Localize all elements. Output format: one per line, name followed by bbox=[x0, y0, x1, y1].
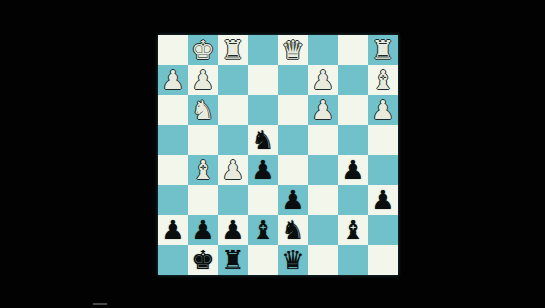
square-g4 bbox=[188, 125, 218, 155]
square-e1 bbox=[248, 35, 278, 65]
square-d5 bbox=[278, 155, 308, 185]
square-d6: ♟ bbox=[278, 185, 308, 215]
white-bishop: ♝ bbox=[371, 65, 394, 95]
square-c3: ♟ bbox=[308, 95, 338, 125]
black-pawn: ♟ bbox=[341, 155, 364, 185]
black-rook: ♜ bbox=[221, 245, 244, 275]
chess-board: ♚♜♛♜♟♟♟♝♞♟♟♞♝♟♟♟♟♟♟♟♟♝♞♝♚♜♛ bbox=[158, 35, 398, 275]
square-b7: ♝ bbox=[338, 215, 368, 245]
square-a8 bbox=[368, 245, 398, 275]
square-e7: ♝ bbox=[248, 215, 278, 245]
square-d3 bbox=[278, 95, 308, 125]
video-artifact-dash bbox=[93, 303, 107, 305]
square-g5: ♝ bbox=[188, 155, 218, 185]
square-h6 bbox=[158, 185, 188, 215]
square-b3 bbox=[338, 95, 368, 125]
black-queen: ♛ bbox=[281, 245, 304, 275]
white-bishop: ♝ bbox=[191, 155, 214, 185]
white-pawn: ♟ bbox=[161, 65, 184, 95]
square-g1: ♚ bbox=[188, 35, 218, 65]
square-b6 bbox=[338, 185, 368, 215]
square-h1 bbox=[158, 35, 188, 65]
square-b1 bbox=[338, 35, 368, 65]
square-f7: ♟ bbox=[218, 215, 248, 245]
black-bishop: ♝ bbox=[341, 215, 364, 245]
square-f1: ♜ bbox=[218, 35, 248, 65]
white-pawn: ♟ bbox=[371, 95, 394, 125]
square-e6 bbox=[248, 185, 278, 215]
square-h2: ♟ bbox=[158, 65, 188, 95]
square-e5: ♟ bbox=[248, 155, 278, 185]
square-a1: ♜ bbox=[368, 35, 398, 65]
square-f3 bbox=[218, 95, 248, 125]
square-h5 bbox=[158, 155, 188, 185]
square-c2: ♟ bbox=[308, 65, 338, 95]
square-a6: ♟ bbox=[368, 185, 398, 215]
square-a4 bbox=[368, 125, 398, 155]
square-b2 bbox=[338, 65, 368, 95]
square-f2 bbox=[218, 65, 248, 95]
white-pawn: ♟ bbox=[311, 65, 334, 95]
square-c5 bbox=[308, 155, 338, 185]
square-h7: ♟ bbox=[158, 215, 188, 245]
square-b8 bbox=[338, 245, 368, 275]
square-h8 bbox=[158, 245, 188, 275]
square-f8: ♜ bbox=[218, 245, 248, 275]
square-d2 bbox=[278, 65, 308, 95]
white-king: ♚ bbox=[191, 35, 214, 65]
black-knight: ♞ bbox=[251, 125, 274, 155]
square-c8 bbox=[308, 245, 338, 275]
black-pawn: ♟ bbox=[281, 185, 304, 215]
square-a7 bbox=[368, 215, 398, 245]
square-d4 bbox=[278, 125, 308, 155]
square-a2: ♝ bbox=[368, 65, 398, 95]
white-pawn: ♟ bbox=[311, 95, 334, 125]
square-b4 bbox=[338, 125, 368, 155]
square-g3: ♞ bbox=[188, 95, 218, 125]
black-pawn: ♟ bbox=[371, 185, 394, 215]
square-f5: ♟ bbox=[218, 155, 248, 185]
square-e8 bbox=[248, 245, 278, 275]
white-pawn: ♟ bbox=[191, 65, 214, 95]
white-rook: ♜ bbox=[371, 35, 394, 65]
square-g6 bbox=[188, 185, 218, 215]
black-pawn: ♟ bbox=[251, 155, 274, 185]
square-b5: ♟ bbox=[338, 155, 368, 185]
black-knight: ♞ bbox=[281, 215, 304, 245]
square-g7: ♟ bbox=[188, 215, 218, 245]
black-king: ♚ bbox=[191, 245, 214, 275]
square-d8: ♛ bbox=[278, 245, 308, 275]
white-rook: ♜ bbox=[221, 35, 244, 65]
black-pawn: ♟ bbox=[161, 215, 184, 245]
white-knight: ♞ bbox=[191, 95, 214, 125]
video-frame: ♚♜♛♜♟♟♟♝♞♟♟♞♝♟♟♟♟♟♟♟♟♝♞♝♚♜♛ bbox=[0, 0, 545, 308]
square-d7: ♞ bbox=[278, 215, 308, 245]
square-h4 bbox=[158, 125, 188, 155]
white-queen: ♛ bbox=[281, 35, 304, 65]
square-f6 bbox=[218, 185, 248, 215]
square-c4 bbox=[308, 125, 338, 155]
square-c6 bbox=[308, 185, 338, 215]
square-g8: ♚ bbox=[188, 245, 218, 275]
square-h3 bbox=[158, 95, 188, 125]
square-f4 bbox=[218, 125, 248, 155]
square-c1 bbox=[308, 35, 338, 65]
square-a5 bbox=[368, 155, 398, 185]
square-e2 bbox=[248, 65, 278, 95]
black-bishop: ♝ bbox=[251, 215, 274, 245]
square-d1: ♛ bbox=[278, 35, 308, 65]
black-pawn: ♟ bbox=[191, 215, 214, 245]
square-a3: ♟ bbox=[368, 95, 398, 125]
square-e4: ♞ bbox=[248, 125, 278, 155]
black-pawn: ♟ bbox=[221, 215, 244, 245]
square-c7 bbox=[308, 215, 338, 245]
white-pawn: ♟ bbox=[221, 155, 244, 185]
square-g2: ♟ bbox=[188, 65, 218, 95]
square-e3 bbox=[248, 95, 278, 125]
